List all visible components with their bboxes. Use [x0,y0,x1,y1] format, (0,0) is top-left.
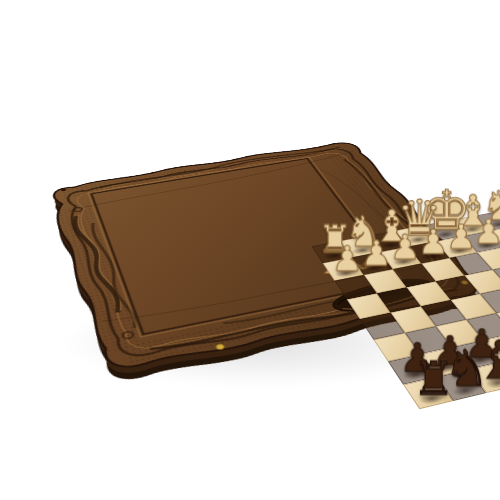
product-photo-frame: ♜♞♝♛♚♝♞♜♟♟♟♟♟♟♟♟♟♟♟♟♟♟♟♟♜♞♝♛♚♝♞♜ [0,0,500,500]
piece-white-pawn-a2[interactable]: ♟ [331,243,362,275]
piece-white-pawn-b2[interactable]: ♟ [361,237,392,269]
piece-white-pawn-f2[interactable]: ♟ [473,216,500,247]
square-a8[interactable]: ♜ [403,377,453,409]
piece-white-pawn-d2[interactable]: ♟ [418,227,449,258]
piece-white-pawn-c2[interactable]: ♟ [390,232,421,264]
piece-white-pawn-e2[interactable]: ♟ [446,221,476,252]
piece-black-rook-a8[interactable]: ♜ [413,359,454,401]
